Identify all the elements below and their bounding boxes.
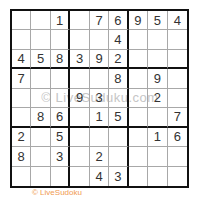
sudoku-cell-r9c6[interactable]: 3 bbox=[109, 167, 128, 186]
sudoku-cell-r6c5[interactable]: 1 bbox=[90, 108, 109, 127]
sudoku-cell-r1c9[interactable]: 4 bbox=[168, 11, 187, 30]
sudoku-cell-r7c8[interactable]: 1 bbox=[148, 128, 167, 147]
sudoku-cell-r6c4[interactable] bbox=[70, 108, 89, 127]
sudoku-cell-r6c8[interactable] bbox=[148, 108, 167, 127]
sudoku-cell-r7c5[interactable] bbox=[90, 128, 109, 147]
sudoku-cell-r5c8[interactable]: 2 bbox=[148, 89, 167, 108]
sudoku-cell-r1c6[interactable]: 6 bbox=[109, 11, 128, 30]
sudoku-cell-r8c3[interactable]: 3 bbox=[51, 147, 70, 166]
sudoku-cell-r2c9[interactable] bbox=[168, 30, 187, 49]
sudoku-cell-r4c7[interactable] bbox=[129, 69, 148, 88]
sudoku-cell-r2c7[interactable] bbox=[129, 30, 148, 49]
sudoku-cell-r7c4[interactable] bbox=[70, 128, 89, 147]
sudoku-cell-r6c2[interactable]: 8 bbox=[31, 108, 50, 127]
sudoku-cell-r6c7[interactable] bbox=[129, 108, 148, 127]
sudoku-cell-r9c7[interactable] bbox=[129, 167, 148, 186]
sudoku-cell-r5c1[interactable] bbox=[12, 89, 31, 108]
sudoku-cell-r4c2[interactable] bbox=[31, 69, 50, 88]
sudoku-cell-r2c2[interactable] bbox=[31, 30, 50, 49]
sudoku-cell-r3c5[interactable]: 9 bbox=[90, 50, 109, 69]
sudoku-cell-r9c9[interactable] bbox=[168, 167, 187, 186]
sudoku-cell-r9c8[interactable] bbox=[148, 167, 167, 186]
sudoku-cell-r3c4[interactable]: 3 bbox=[70, 50, 89, 69]
sudoku-cell-r5c9[interactable] bbox=[168, 89, 187, 108]
sudoku-cell-r5c5[interactable]: 3 bbox=[90, 89, 109, 108]
sudoku-cell-r4c5[interactable] bbox=[90, 69, 109, 88]
sudoku-cell-r4c3[interactable] bbox=[51, 69, 70, 88]
sudoku-cell-r7c6[interactable] bbox=[109, 128, 128, 147]
sudoku-cell-r8c8[interactable] bbox=[148, 147, 167, 166]
sudoku-cell-r4c9[interactable] bbox=[168, 69, 187, 88]
sudoku-cell-r6c6[interactable]: 5 bbox=[109, 108, 128, 127]
sudoku-cell-r7c7[interactable] bbox=[129, 128, 148, 147]
sudoku-cell-r3c6[interactable]: 2 bbox=[109, 50, 128, 69]
sudoku-cell-r3c7[interactable] bbox=[129, 50, 148, 69]
sudoku-cell-r4c4[interactable] bbox=[70, 69, 89, 88]
sudoku-cell-r7c2[interactable] bbox=[31, 128, 50, 147]
sudoku-cell-r6c3[interactable]: 6 bbox=[51, 108, 70, 127]
sudoku-cell-r3c8[interactable] bbox=[148, 50, 167, 69]
sudoku-cell-r3c1[interactable]: 4 bbox=[12, 50, 31, 69]
sudoku-cell-r9c3[interactable] bbox=[51, 167, 70, 186]
sudoku-cell-r9c2[interactable] bbox=[31, 167, 50, 186]
sudoku-cell-r1c8[interactable]: 5 bbox=[148, 11, 167, 30]
sudoku-cell-r8c2[interactable] bbox=[31, 147, 50, 166]
sudoku-cell-r2c4[interactable] bbox=[70, 30, 89, 49]
sudoku-cell-r1c7[interactable]: 9 bbox=[129, 11, 148, 30]
sudoku-cell-r7c1[interactable]: 2 bbox=[12, 128, 31, 147]
sudoku-cell-r8c6[interactable] bbox=[109, 147, 128, 166]
sudoku-cell-r2c5[interactable] bbox=[90, 30, 109, 49]
sudoku-cell-r1c2[interactable] bbox=[31, 11, 50, 30]
sudoku-cell-r9c4[interactable] bbox=[70, 167, 89, 186]
sudoku-cell-r1c3[interactable]: 1 bbox=[51, 11, 70, 30]
sudoku-cell-r8c7[interactable] bbox=[129, 147, 148, 166]
sudoku-cell-r4c8[interactable]: 9 bbox=[148, 69, 167, 88]
sudoku-cell-r9c1[interactable] bbox=[12, 167, 31, 186]
sudoku-cell-r8c4[interactable] bbox=[70, 147, 89, 166]
sudoku-cell-r4c6[interactable]: 8 bbox=[109, 69, 128, 88]
sudoku-cell-r5c7[interactable] bbox=[129, 89, 148, 108]
bottom-watermark-text: © LiveSudoku bbox=[32, 188, 82, 197]
sudoku-cell-r4c1[interactable]: 7 bbox=[12, 69, 31, 88]
sudoku-cell-r5c2[interactable] bbox=[31, 89, 50, 108]
sudoku-cell-r8c5[interactable]: 2 bbox=[90, 147, 109, 166]
sudoku-board: 176954445839278993286157251683243 bbox=[10, 9, 189, 188]
sudoku-cell-r7c3[interactable]: 5 bbox=[51, 128, 70, 147]
sudoku-cell-r8c1[interactable]: 8 bbox=[12, 147, 31, 166]
sudoku-cell-r5c3[interactable] bbox=[51, 89, 70, 108]
sudoku-cell-r7c9[interactable]: 6 bbox=[168, 128, 187, 147]
sudoku-cell-r6c9[interactable]: 7 bbox=[168, 108, 187, 127]
sudoku-cell-r2c6[interactable]: 4 bbox=[109, 30, 128, 49]
sudoku-cell-r5c4[interactable]: 9 bbox=[70, 89, 89, 108]
sudoku-cell-r1c5[interactable]: 7 bbox=[90, 11, 109, 30]
sudoku-cell-r8c9[interactable] bbox=[168, 147, 187, 166]
sudoku-cell-r1c4[interactable] bbox=[70, 11, 89, 30]
sudoku-cell-r2c1[interactable] bbox=[12, 30, 31, 49]
sudoku-cell-r3c3[interactable]: 8 bbox=[51, 50, 70, 69]
sudoku-cell-r9c5[interactable]: 4 bbox=[90, 167, 109, 186]
sudoku-cell-r3c9[interactable] bbox=[168, 50, 187, 69]
sudoku-cell-r5c6[interactable] bbox=[109, 89, 128, 108]
sudoku-cell-r3c2[interactable]: 5 bbox=[31, 50, 50, 69]
sudoku-cell-r1c1[interactable] bbox=[12, 11, 31, 30]
sudoku-cell-r6c1[interactable] bbox=[12, 108, 31, 127]
sudoku-cell-r2c8[interactable] bbox=[148, 30, 167, 49]
sudoku-page: © LiveSuduku.com 17695444583927899328615… bbox=[0, 0, 200, 200]
sudoku-cell-r2c3[interactable] bbox=[51, 30, 70, 49]
